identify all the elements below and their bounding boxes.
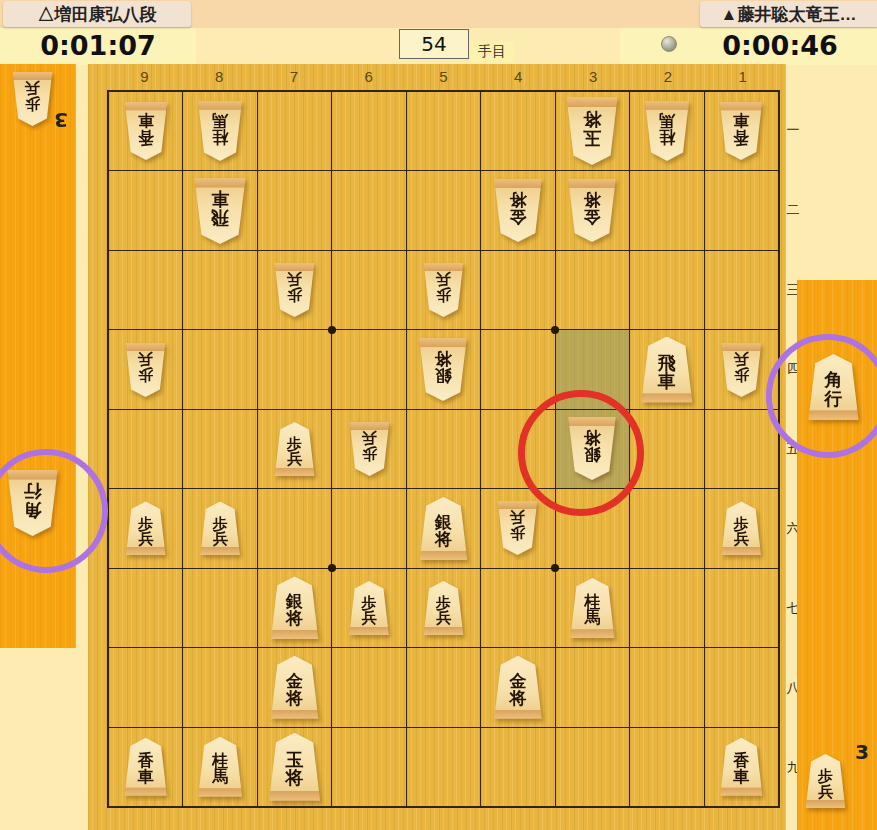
- piece-pawn-gote[interactable]: 歩兵: [10, 72, 55, 126]
- square-1一[interactable]: 香車: [705, 92, 778, 170]
- square-7八[interactable]: 金将: [258, 648, 331, 726]
- piece-lance-gote[interactable]: 香車: [717, 102, 765, 160]
- square-9九[interactable]: 香車: [109, 728, 182, 806]
- square-3四[interactable]: [556, 330, 629, 408]
- square-9一[interactable]: 香車: [109, 92, 182, 170]
- piece-gold-gote[interactable]: 金将: [491, 179, 545, 242]
- square-6七[interactable]: 歩兵: [332, 569, 405, 647]
- star-point: [551, 326, 559, 334]
- piece-silver-sente[interactable]: 銀将: [268, 576, 322, 639]
- square-8一[interactable]: 桂馬: [183, 92, 256, 170]
- square-5五[interactable]: [407, 410, 480, 488]
- square-9二[interactable]: [109, 171, 182, 249]
- square-2二[interactable]: [630, 171, 703, 249]
- square-6八[interactable]: [332, 648, 405, 726]
- square-4四[interactable]: [481, 330, 554, 408]
- file-label-4: 4: [481, 66, 556, 88]
- square-7七[interactable]: 銀将: [258, 569, 331, 647]
- piece-lance-sente[interactable]: 香車: [122, 738, 170, 796]
- piece-bishop-gote[interactable]: 角行: [4, 470, 61, 536]
- shogi-app: { "game": "shogi", "position": { "sfen":…: [0, 0, 877, 830]
- file-label-1: 1: [705, 66, 780, 88]
- shogi-board: 香車桂馬玉将桂馬香車飛車金将金将歩兵歩兵歩兵銀将飛車歩兵歩兵歩兵銀将歩兵歩兵銀将…: [107, 90, 780, 808]
- piece-pawn-gote[interactable]: 歩兵: [347, 422, 392, 476]
- square-5三[interactable]: 歩兵: [407, 251, 480, 329]
- square-4七[interactable]: [481, 569, 554, 647]
- piece-king-gote[interactable]: 玉将: [563, 97, 621, 165]
- piece-gold-gote[interactable]: 金将: [565, 179, 619, 242]
- square-8二[interactable]: 飛車: [183, 171, 256, 249]
- square-4五[interactable]: [481, 410, 554, 488]
- star-point: [328, 564, 336, 572]
- file-label-8: 8: [182, 66, 257, 88]
- piece-pawn-sente[interactable]: 歩兵: [347, 581, 392, 635]
- piece-rook-sente[interactable]: 飛車: [638, 337, 696, 403]
- square-3七[interactable]: 桂馬: [556, 569, 629, 647]
- piece-gold-sente[interactable]: 金将: [491, 656, 545, 719]
- move-number-input[interactable]: 54: [399, 29, 469, 59]
- piece-silver-gote[interactable]: 銀将: [416, 338, 470, 401]
- piece-pawn-sente[interactable]: 歩兵: [421, 581, 466, 635]
- square-6六[interactable]: [332, 489, 405, 567]
- square-9八[interactable]: [109, 648, 182, 726]
- gote-hand-pawn-slot: 歩兵: [10, 72, 55, 126]
- square-4二[interactable]: 金将: [481, 171, 554, 249]
- file-label-7: 7: [257, 66, 332, 88]
- square-1四[interactable]: 歩兵: [705, 330, 778, 408]
- square-1九[interactable]: 香車: [705, 728, 778, 806]
- square-6二[interactable]: [332, 171, 405, 249]
- piece-bishop-sente[interactable]: 角行: [805, 354, 862, 420]
- gote-hand-pawn-count: 3: [54, 108, 68, 132]
- square-2一[interactable]: 桂馬: [630, 92, 703, 170]
- file-label-3: 3: [556, 66, 631, 88]
- piece-gold-sente[interactable]: 金将: [268, 656, 322, 719]
- piece-pawn-sente[interactable]: 歩兵: [719, 501, 764, 555]
- square-5一[interactable]: [407, 92, 480, 170]
- black-player-nameplate: ▲藤井聡太竜王…: [700, 1, 877, 27]
- square-8九[interactable]: 桂馬: [183, 728, 256, 806]
- square-7五[interactable]: 歩兵: [258, 410, 331, 488]
- square-9七[interactable]: [109, 569, 182, 647]
- sente-hand-tray: 角行 歩兵 3: [797, 280, 877, 830]
- rank-label-一: 一: [783, 90, 803, 170]
- square-8四[interactable]: [183, 330, 256, 408]
- piece-knight-sente[interactable]: 桂馬: [195, 737, 245, 797]
- black-clock: 0:00:46: [700, 30, 860, 61]
- square-7二[interactable]: [258, 171, 331, 249]
- square-3九[interactable]: [556, 728, 629, 806]
- square-2八[interactable]: [630, 648, 703, 726]
- square-7一[interactable]: [258, 92, 331, 170]
- square-5六[interactable]: 銀将: [407, 489, 480, 567]
- square-8七[interactable]: [183, 569, 256, 647]
- piece-silver-sente[interactable]: 銀将: [416, 497, 470, 560]
- square-2七[interactable]: [630, 569, 703, 647]
- square-4三[interactable]: [481, 251, 554, 329]
- square-1八[interactable]: [705, 648, 778, 726]
- rank-label-二: 二: [783, 170, 803, 250]
- piece-knight-gote[interactable]: 桂馬: [195, 101, 245, 161]
- square-3三[interactable]: [556, 251, 629, 329]
- square-4六[interactable]: 歩兵: [481, 489, 554, 567]
- square-6三[interactable]: [332, 251, 405, 329]
- white-player-nameplate: △増田康弘八段: [3, 1, 191, 27]
- gote-hand-bishop-slot: 角行: [4, 470, 61, 536]
- square-9三[interactable]: [109, 251, 182, 329]
- square-8五[interactable]: [183, 410, 256, 488]
- piece-king-sente[interactable]: 玉将: [266, 733, 324, 801]
- square-6五[interactable]: 歩兵: [332, 410, 405, 488]
- piece-rook-gote[interactable]: 飛車: [191, 178, 249, 244]
- square-5七[interactable]: 歩兵: [407, 569, 480, 647]
- gote-hand-tray: 歩兵 3 角行: [0, 64, 76, 648]
- square-2九[interactable]: [630, 728, 703, 806]
- square-7三[interactable]: 歩兵: [258, 251, 331, 329]
- square-2五[interactable]: [630, 410, 703, 488]
- square-8八[interactable]: [183, 648, 256, 726]
- square-8三[interactable]: [183, 251, 256, 329]
- square-7九[interactable]: 玉将: [258, 728, 331, 806]
- square-3五[interactable]: 銀将: [556, 410, 629, 488]
- square-3六[interactable]: [556, 489, 629, 567]
- square-4九[interactable]: [481, 728, 554, 806]
- square-1七[interactable]: [705, 569, 778, 647]
- piece-pawn-gote[interactable]: 歩兵: [495, 501, 540, 555]
- piece-lance-sente[interactable]: 香車: [717, 738, 765, 796]
- square-5四[interactable]: 銀将: [407, 330, 480, 408]
- piece-silver-gote[interactable]: 銀将: [565, 417, 619, 480]
- square-3八[interactable]: [556, 648, 629, 726]
- square-9四[interactable]: 歩兵: [109, 330, 182, 408]
- square-6四[interactable]: [332, 330, 405, 408]
- square-2四[interactable]: 飛車: [630, 330, 703, 408]
- file-label-6: 6: [331, 66, 406, 88]
- white-clock: 0:01:07: [20, 30, 176, 61]
- piece-knight-gote[interactable]: 桂馬: [642, 101, 692, 161]
- star-point: [551, 564, 559, 572]
- sente-hand-bishop-slot: 角行: [805, 354, 862, 420]
- piece-lance-gote[interactable]: 香車: [122, 102, 170, 160]
- piece-pawn-gote[interactable]: 歩兵: [123, 343, 168, 397]
- square-6九[interactable]: [332, 728, 405, 806]
- file-label-2: 2: [630, 66, 705, 88]
- square-1五[interactable]: [705, 410, 778, 488]
- square-9六[interactable]: 歩兵: [109, 489, 182, 567]
- square-6一[interactable]: [332, 92, 405, 170]
- piece-knight-sente[interactable]: 桂馬: [567, 578, 617, 638]
- square-1六[interactable]: 歩兵: [705, 489, 778, 567]
- sente-hand-pawn-slot: 歩兵: [803, 754, 848, 808]
- square-5八[interactable]: [407, 648, 480, 726]
- piece-pawn-sente[interactable]: 歩兵: [198, 501, 243, 555]
- square-8六[interactable]: 歩兵: [183, 489, 256, 567]
- square-4一[interactable]: [481, 92, 554, 170]
- square-4八[interactable]: 金将: [481, 648, 554, 726]
- sente-hand-pawn-count: 3: [855, 740, 869, 764]
- square-9五[interactable]: [109, 410, 182, 488]
- piece-pawn-gote[interactable]: 歩兵: [421, 263, 466, 317]
- square-1二[interactable]: [705, 171, 778, 249]
- move-number-label: 手目: [469, 41, 515, 63]
- piece-pawn-sente[interactable]: 歩兵: [123, 501, 168, 555]
- star-point: [328, 326, 336, 334]
- square-5九[interactable]: [407, 728, 480, 806]
- piece-pawn-gote[interactable]: 歩兵: [272, 263, 317, 317]
- file-label-9: 9: [107, 66, 182, 88]
- turn-indicator-dot: [661, 36, 677, 52]
- piece-pawn-sente[interactable]: 歩兵: [272, 422, 317, 476]
- square-1三[interactable]: [705, 251, 778, 329]
- file-label-5: 5: [406, 66, 481, 88]
- square-2六[interactable]: [630, 489, 703, 567]
- square-7四[interactable]: [258, 330, 331, 408]
- piece-pawn-sente[interactable]: 歩兵: [803, 754, 848, 808]
- square-2三[interactable]: [630, 251, 703, 329]
- square-5二[interactable]: [407, 171, 480, 249]
- square-7六[interactable]: [258, 489, 331, 567]
- piece-pawn-gote[interactable]: 歩兵: [719, 343, 764, 397]
- square-3二[interactable]: 金将: [556, 171, 629, 249]
- square-3一[interactable]: 玉将: [556, 92, 629, 170]
